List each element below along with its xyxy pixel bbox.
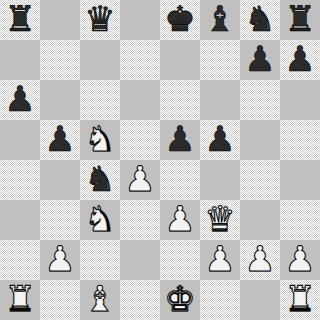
square-h3[interactable]: [280, 200, 320, 240]
square-a2[interactable]: [0, 240, 40, 280]
square-e1[interactable]: ♚: [160, 280, 200, 320]
piece-black-queen-c8[interactable]: ♛: [84, 0, 115, 39]
piece-white-pawn-b2[interactable]: ♟: [44, 240, 75, 279]
chess-board: ♜♛♚♝♞♜♟♟♟♟♞♟♟♞♟♞♟♛♟♟♟♟♜♝♚♜: [0, 0, 320, 320]
square-b6[interactable]: [40, 80, 80, 120]
square-a3[interactable]: [0, 200, 40, 240]
square-b8[interactable]: [40, 0, 80, 40]
square-b1[interactable]: [40, 280, 80, 320]
square-e5[interactable]: ♟: [160, 120, 200, 160]
square-d7[interactable]: [120, 40, 160, 80]
square-b2[interactable]: ♟: [40, 240, 80, 280]
square-h8[interactable]: ♜: [280, 0, 320, 40]
square-b7[interactable]: [40, 40, 80, 80]
piece-black-rook-h8[interactable]: ♜: [284, 0, 315, 39]
piece-black-knight-c4[interactable]: ♞: [84, 160, 115, 199]
square-d8[interactable]: [120, 0, 160, 40]
piece-black-pawn-e5[interactable]: ♟: [164, 120, 195, 159]
square-c8[interactable]: ♛: [80, 0, 120, 40]
square-c1[interactable]: ♝: [80, 280, 120, 320]
square-g3[interactable]: [240, 200, 280, 240]
square-e6[interactable]: [160, 80, 200, 120]
square-h2[interactable]: ♟: [280, 240, 320, 280]
square-g8[interactable]: ♞: [240, 0, 280, 40]
piece-black-pawn-b5[interactable]: ♟: [44, 120, 75, 159]
square-d5[interactable]: [120, 120, 160, 160]
piece-black-pawn-f5[interactable]: ♟: [204, 120, 235, 159]
square-h1[interactable]: ♜: [280, 280, 320, 320]
square-e3[interactable]: ♟: [160, 200, 200, 240]
piece-white-queen-f3[interactable]: ♛: [204, 200, 235, 239]
square-a5[interactable]: [0, 120, 40, 160]
square-c3[interactable]: ♞: [80, 200, 120, 240]
piece-black-pawn-h7[interactable]: ♟: [284, 40, 315, 79]
piece-white-pawn-f2[interactable]: ♟: [204, 240, 235, 279]
square-a7[interactable]: [0, 40, 40, 80]
square-h6[interactable]: [280, 80, 320, 120]
square-b5[interactable]: ♟: [40, 120, 80, 160]
square-d4[interactable]: ♟: [120, 160, 160, 200]
square-d1[interactable]: [120, 280, 160, 320]
square-g1[interactable]: [240, 280, 280, 320]
square-e8[interactable]: ♚: [160, 0, 200, 40]
square-f7[interactable]: [200, 40, 240, 80]
square-d2[interactable]: [120, 240, 160, 280]
square-c2[interactable]: [80, 240, 120, 280]
square-a8[interactable]: ♜: [0, 0, 40, 40]
piece-white-rook-h1[interactable]: ♜: [284, 280, 315, 319]
piece-white-rook-a1[interactable]: ♜: [4, 280, 35, 319]
square-g4[interactable]: [240, 160, 280, 200]
piece-white-pawn-d4[interactable]: ♟: [124, 160, 155, 199]
square-b3[interactable]: [40, 200, 80, 240]
square-h7[interactable]: ♟: [280, 40, 320, 80]
piece-black-pawn-g7[interactable]: ♟: [244, 40, 275, 79]
square-d3[interactable]: [120, 200, 160, 240]
square-f2[interactable]: ♟: [200, 240, 240, 280]
square-c4[interactable]: ♞: [80, 160, 120, 200]
square-f4[interactable]: [200, 160, 240, 200]
piece-white-knight-c3[interactable]: ♞: [84, 200, 115, 239]
piece-black-rook-a8[interactable]: ♜: [4, 0, 35, 39]
square-c6[interactable]: [80, 80, 120, 120]
square-f5[interactable]: ♟: [200, 120, 240, 160]
square-h5[interactable]: [280, 120, 320, 160]
square-a6[interactable]: ♟: [0, 80, 40, 120]
square-e2[interactable]: [160, 240, 200, 280]
piece-white-pawn-h2[interactable]: ♟: [284, 240, 315, 279]
piece-white-pawn-g2[interactable]: ♟: [244, 240, 275, 279]
piece-black-bishop-f8[interactable]: ♝: [204, 0, 235, 39]
square-h4[interactable]: [280, 160, 320, 200]
square-g6[interactable]: [240, 80, 280, 120]
square-c7[interactable]: [80, 40, 120, 80]
square-d6[interactable]: [120, 80, 160, 120]
piece-white-knight-c5[interactable]: ♞: [84, 120, 115, 159]
piece-black-knight-g8[interactable]: ♞: [244, 0, 275, 39]
square-c5[interactable]: ♞: [80, 120, 120, 160]
piece-black-king-e8[interactable]: ♚: [164, 0, 195, 39]
square-g2[interactable]: ♟: [240, 240, 280, 280]
square-e4[interactable]: [160, 160, 200, 200]
square-f1[interactable]: [200, 280, 240, 320]
piece-black-pawn-a6[interactable]: ♟: [4, 80, 35, 119]
square-a4[interactable]: [0, 160, 40, 200]
square-a1[interactable]: ♜: [0, 280, 40, 320]
square-e7[interactable]: [160, 40, 200, 80]
square-f3[interactable]: ♛: [200, 200, 240, 240]
square-g7[interactable]: ♟: [240, 40, 280, 80]
piece-white-pawn-e3[interactable]: ♟: [164, 200, 195, 239]
square-b4[interactable]: [40, 160, 80, 200]
piece-white-king-e1[interactable]: ♚: [164, 280, 195, 319]
square-f8[interactable]: ♝: [200, 0, 240, 40]
piece-white-bishop-c1[interactable]: ♝: [84, 280, 115, 319]
square-f6[interactable]: [200, 80, 240, 120]
square-g5[interactable]: [240, 120, 280, 160]
